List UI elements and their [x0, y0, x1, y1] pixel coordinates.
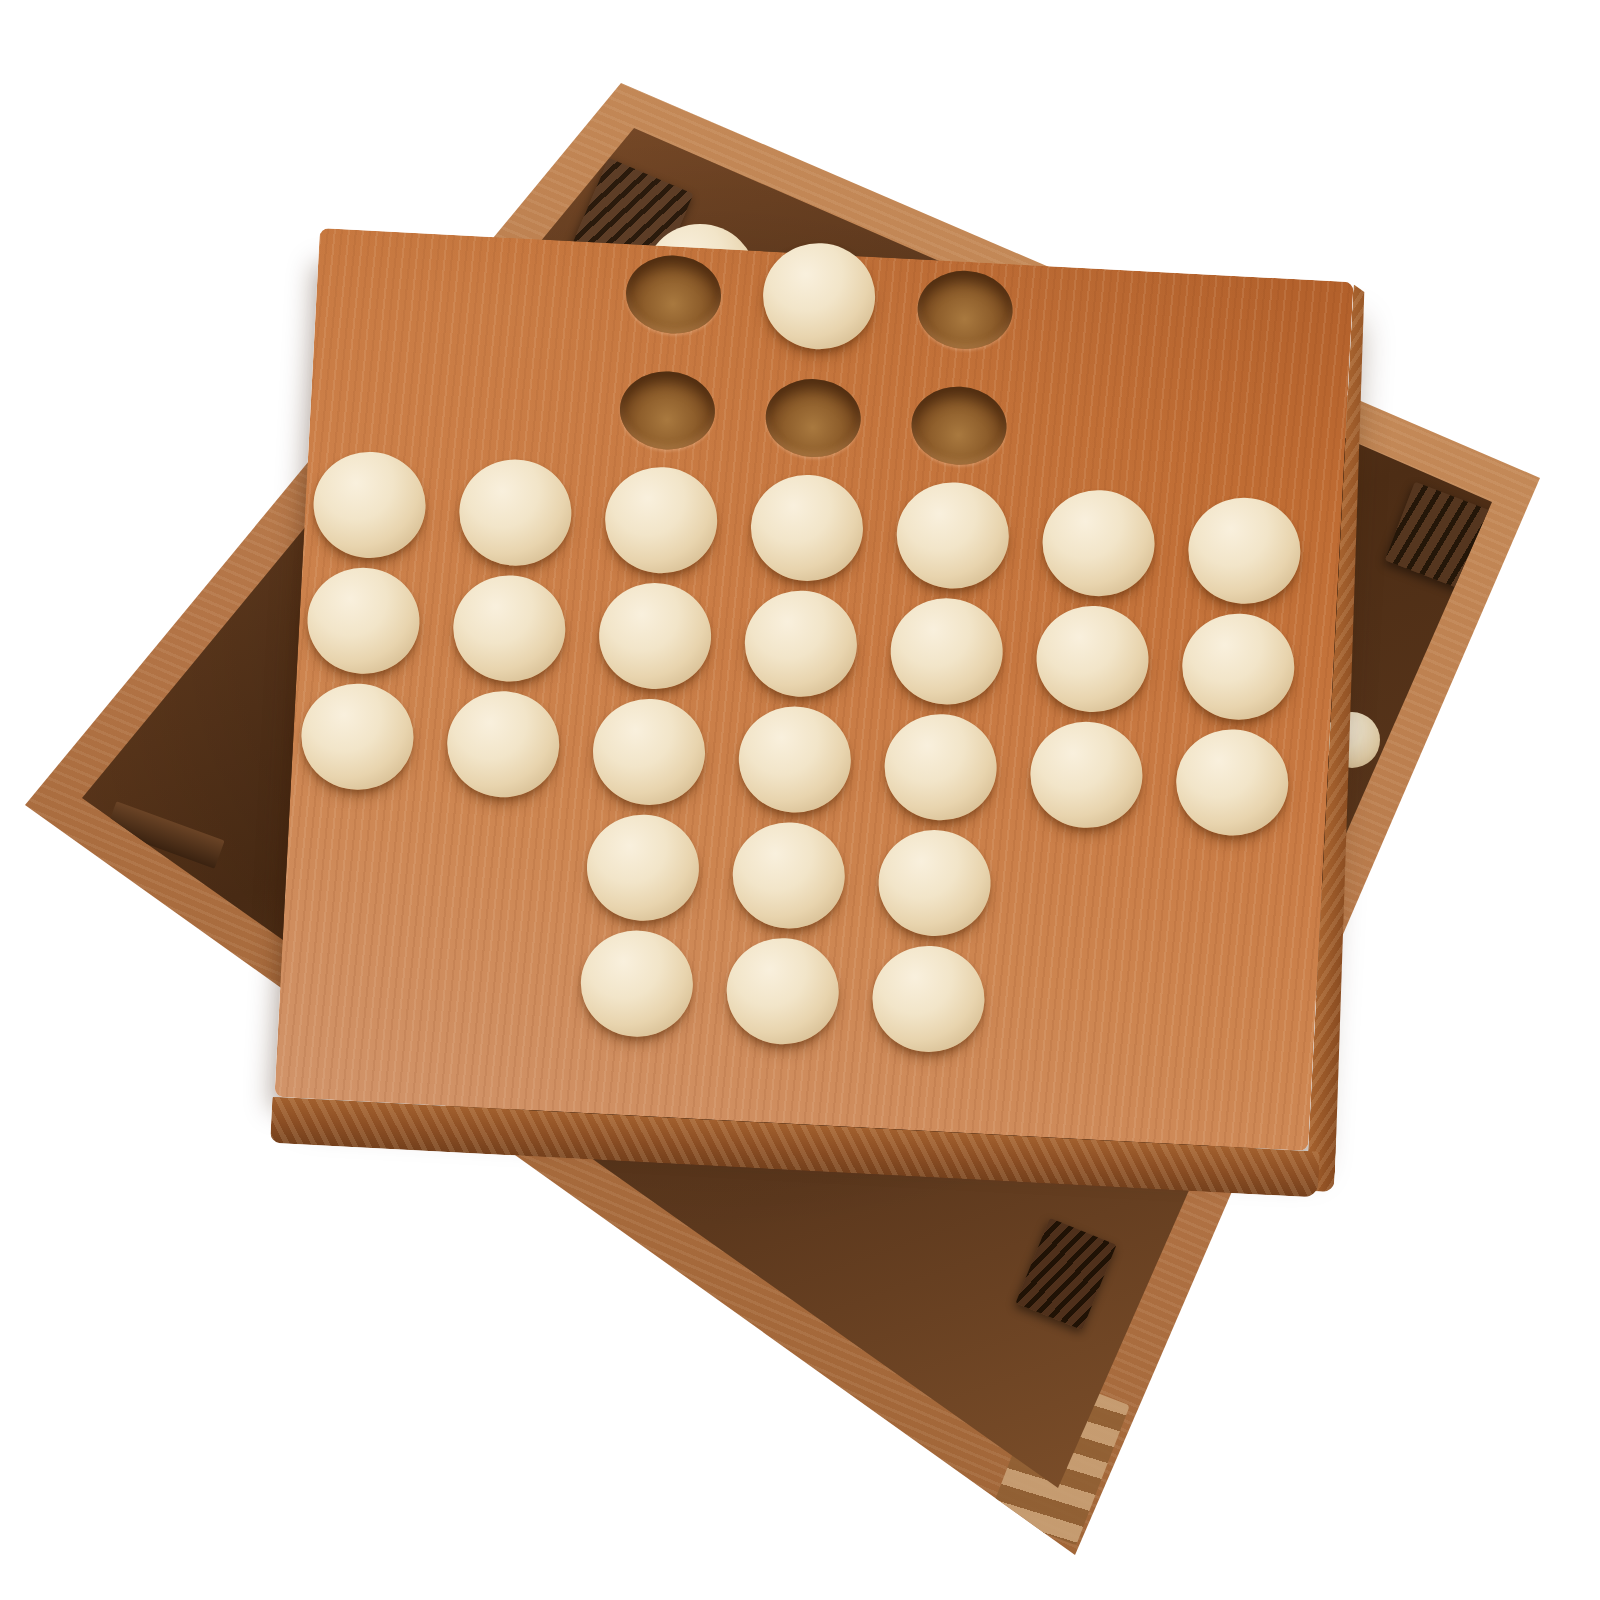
marble[interactable]	[305, 565, 422, 677]
marble[interactable]	[736, 704, 853, 816]
hole-empty[interactable]	[624, 253, 723, 336]
hole-empty[interactable]	[909, 384, 1008, 467]
marble[interactable]	[602, 464, 719, 576]
marble[interactable]	[584, 812, 701, 924]
marble[interactable]	[1180, 611, 1297, 723]
board-holes-layer	[274, 228, 1353, 1151]
marble[interactable]	[1028, 719, 1145, 831]
box-corner-post-bottom	[1015, 1218, 1116, 1330]
marble[interactable]	[1174, 727, 1291, 839]
hole-empty[interactable]	[915, 268, 1014, 351]
marble[interactable]	[596, 580, 713, 692]
hole-empty[interactable]	[763, 377, 862, 460]
scene	[0, 0, 1600, 1600]
marble[interactable]	[888, 596, 1005, 708]
marble[interactable]	[451, 573, 568, 685]
marble[interactable]	[724, 935, 841, 1047]
marble[interactable]	[590, 696, 707, 808]
marble[interactable]	[748, 472, 865, 584]
marble[interactable]	[445, 688, 562, 800]
marble[interactable]	[1186, 495, 1303, 607]
marble[interactable]	[882, 711, 999, 823]
marble[interactable]	[578, 928, 695, 1040]
solitaire-board	[274, 228, 1353, 1151]
marble[interactable]	[876, 827, 993, 939]
marble[interactable]	[299, 681, 416, 793]
marble[interactable]	[894, 480, 1011, 592]
marble[interactable]	[1034, 603, 1151, 715]
marble[interactable]	[870, 943, 987, 1055]
marble[interactable]	[742, 588, 859, 700]
marble[interactable]	[760, 240, 877, 352]
marble[interactable]	[311, 449, 428, 561]
marble[interactable]	[730, 820, 847, 932]
marble[interactable]	[1040, 487, 1157, 599]
marble[interactable]	[457, 457, 574, 569]
hole-empty[interactable]	[617, 369, 716, 452]
